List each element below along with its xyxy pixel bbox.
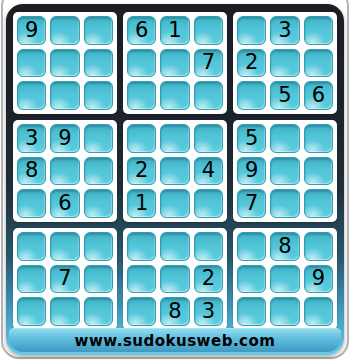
cell-r5c6[interactable]: 4 xyxy=(194,157,223,186)
cell-r4c6[interactable] xyxy=(194,124,223,153)
cell-r9c1[interactable] xyxy=(17,297,46,326)
cell-r3c2[interactable] xyxy=(50,81,79,110)
box-4: 3986 xyxy=(13,120,117,222)
cell-r1c3[interactable] xyxy=(84,16,113,45)
cell-r9c7[interactable] xyxy=(237,297,266,326)
cell-r4c7[interactable]: 5 xyxy=(237,124,266,153)
cell-r2c6[interactable]: 7 xyxy=(194,49,223,78)
cell-r4c8[interactable] xyxy=(270,124,299,153)
cell-r9c9[interactable] xyxy=(304,297,333,326)
cell-r1c8[interactable]: 3 xyxy=(270,16,299,45)
cell-r5c5[interactable] xyxy=(160,157,189,186)
box-3: 3256 xyxy=(233,12,337,114)
cell-r2c7[interactable]: 2 xyxy=(237,49,266,78)
box-9: 89 xyxy=(233,228,337,330)
cell-r9c8[interactable] xyxy=(270,297,299,326)
cell-r3c9[interactable]: 6 xyxy=(304,81,333,110)
cell-r6c1[interactable] xyxy=(17,189,46,218)
footer-band: www.sudokusweb.com xyxy=(9,328,341,352)
cell-r7c4[interactable] xyxy=(127,232,156,261)
cell-r1c6[interactable] xyxy=(194,16,223,45)
cell-r7c1[interactable] xyxy=(17,232,46,261)
cell-r8c9[interactable]: 9 xyxy=(304,265,333,294)
cell-r3c8[interactable]: 5 xyxy=(270,81,299,110)
cell-r3c1[interactable] xyxy=(17,81,46,110)
cell-r8c1[interactable] xyxy=(17,265,46,294)
cell-r2c3[interactable] xyxy=(84,49,113,78)
cell-r1c2[interactable] xyxy=(50,16,79,45)
cell-r5c3[interactable] xyxy=(84,157,113,186)
cell-r5c8[interactable] xyxy=(270,157,299,186)
cell-r9c5[interactable]: 8 xyxy=(160,297,189,326)
cell-r4c9[interactable] xyxy=(304,124,333,153)
cell-r8c5[interactable] xyxy=(160,265,189,294)
cell-r2c1[interactable] xyxy=(17,49,46,78)
cell-r9c2[interactable] xyxy=(50,297,79,326)
sudoku-grid: 9 617 3256 3986 241 597 7 283 89 xyxy=(13,12,337,330)
cell-r8c7[interactable] xyxy=(237,265,266,294)
cell-r1c5[interactable]: 1 xyxy=(160,16,189,45)
website-link[interactable]: www.sudokusweb.com xyxy=(75,332,276,350)
cell-r6c8[interactable] xyxy=(270,189,299,218)
box-6: 597 xyxy=(233,120,337,222)
cell-r1c1[interactable]: 9 xyxy=(17,16,46,45)
cell-r4c4[interactable] xyxy=(127,124,156,153)
cell-r2c4[interactable] xyxy=(127,49,156,78)
cell-r8c8[interactable] xyxy=(270,265,299,294)
cell-r7c5[interactable] xyxy=(160,232,189,261)
cell-r8c2[interactable]: 7 xyxy=(50,265,79,294)
cell-r7c2[interactable] xyxy=(50,232,79,261)
cell-r1c7[interactable] xyxy=(237,16,266,45)
cell-r9c3[interactable] xyxy=(84,297,113,326)
cell-r7c6[interactable] xyxy=(194,232,223,261)
cell-r5c7[interactable]: 9 xyxy=(237,157,266,186)
cell-r7c7[interactable] xyxy=(237,232,266,261)
cell-r1c4[interactable]: 6 xyxy=(127,16,156,45)
box-1: 9 xyxy=(13,12,117,114)
cell-r5c2[interactable] xyxy=(50,157,79,186)
cell-r7c3[interactable] xyxy=(84,232,113,261)
cell-r5c4[interactable]: 2 xyxy=(127,157,156,186)
cell-r7c8[interactable]: 8 xyxy=(270,232,299,261)
cell-r8c4[interactable] xyxy=(127,265,156,294)
cell-r8c6[interactable]: 2 xyxy=(194,265,223,294)
cell-r3c3[interactable] xyxy=(84,81,113,110)
cell-r6c3[interactable] xyxy=(84,189,113,218)
sudoku-page: 9 617 3256 3986 241 597 7 283 89 www.sud… xyxy=(0,0,350,360)
cell-r6c2[interactable]: 6 xyxy=(50,189,79,218)
cell-r6c5[interactable] xyxy=(160,189,189,218)
box-2: 617 xyxy=(123,12,227,114)
cell-r9c6[interactable]: 3 xyxy=(194,297,223,326)
cell-r6c4[interactable]: 1 xyxy=(127,189,156,218)
cell-r7c9[interactable] xyxy=(304,232,333,261)
cell-r6c7[interactable]: 7 xyxy=(237,189,266,218)
cell-r2c9[interactable] xyxy=(304,49,333,78)
cell-r3c5[interactable] xyxy=(160,81,189,110)
box-7: 7 xyxy=(13,228,117,330)
cell-r2c8[interactable] xyxy=(270,49,299,78)
cell-r1c9[interactable] xyxy=(304,16,333,45)
cell-r6c9[interactable] xyxy=(304,189,333,218)
cell-r5c1[interactable]: 8 xyxy=(17,157,46,186)
cell-r4c2[interactable]: 9 xyxy=(50,124,79,153)
cell-r5c9[interactable] xyxy=(304,157,333,186)
cell-r4c5[interactable] xyxy=(160,124,189,153)
cell-r9c4[interactable] xyxy=(127,297,156,326)
cell-r3c7[interactable] xyxy=(237,81,266,110)
cell-r2c2[interactable] xyxy=(50,49,79,78)
cell-r3c6[interactable] xyxy=(194,81,223,110)
box-8: 283 xyxy=(123,228,227,330)
cell-r4c3[interactable] xyxy=(84,124,113,153)
cell-r4c1[interactable]: 3 xyxy=(17,124,46,153)
cell-r3c4[interactable] xyxy=(127,81,156,110)
box-5: 241 xyxy=(123,120,227,222)
cell-r2c5[interactable] xyxy=(160,49,189,78)
cell-r8c3[interactable] xyxy=(84,265,113,294)
cell-r6c6[interactable] xyxy=(194,189,223,218)
sudoku-board: 9 617 3256 3986 241 597 7 283 89 www.sud… xyxy=(6,4,344,355)
